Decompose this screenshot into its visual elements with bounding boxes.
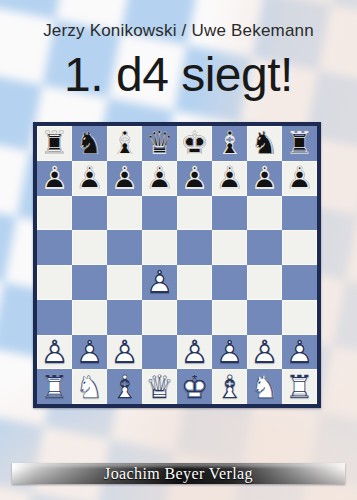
- black-pawn: ♟♙: [177, 161, 212, 196]
- square-h6: [282, 196, 317, 231]
- black-knight: ♞♘: [247, 126, 282, 161]
- square-g1: ♞♘: [247, 369, 282, 404]
- black-knight: ♞♘: [72, 126, 107, 161]
- publisher-name: Joachim Beyer Verlag: [104, 465, 253, 483]
- black-pawn: ♟♙: [107, 161, 142, 196]
- white-rook: ♜♖: [282, 369, 317, 404]
- square-a4: [37, 265, 72, 300]
- square-a5: [37, 230, 72, 265]
- square-c5: [107, 230, 142, 265]
- square-h5: [282, 230, 317, 265]
- square-d7: ♟♙: [142, 161, 177, 196]
- square-g7: ♟♙: [247, 161, 282, 196]
- white-rook: ♜♖: [37, 369, 72, 404]
- square-b8: ♞♘: [72, 126, 107, 161]
- square-c2: ♟♙: [107, 335, 142, 370]
- black-pawn: ♟♙: [282, 161, 317, 196]
- square-e8: ♚♔: [177, 126, 212, 161]
- square-c1: ♝♗: [107, 369, 142, 404]
- square-d1: ♛♕: [142, 369, 177, 404]
- white-bishop: ♝♗: [107, 369, 142, 404]
- square-f2: ♟♙: [212, 335, 247, 370]
- square-b7: ♟♙: [72, 161, 107, 196]
- square-b6: [72, 196, 107, 231]
- white-knight: ♞♘: [72, 369, 107, 404]
- black-rook: ♜♖: [37, 126, 72, 161]
- white-pawn: ♟♙: [177, 335, 212, 370]
- black-rook: ♜♖: [282, 126, 317, 161]
- white-pawn: ♟♙: [107, 335, 142, 370]
- square-e4: [177, 265, 212, 300]
- square-g5: [247, 230, 282, 265]
- square-e5: [177, 230, 212, 265]
- black-bishop: ♝♗: [212, 126, 247, 161]
- square-c6: [107, 196, 142, 231]
- square-g3: [247, 300, 282, 335]
- square-a2: ♟♙: [37, 335, 72, 370]
- square-c8: ♝♗: [107, 126, 142, 161]
- white-pawn: ♟♙: [212, 335, 247, 370]
- white-pawn: ♟♙: [247, 335, 282, 370]
- square-g8: ♞♘: [247, 126, 282, 161]
- book-title: 1. d4 siegt!: [0, 47, 357, 102]
- square-e3: [177, 300, 212, 335]
- square-h4: [282, 265, 317, 300]
- square-g6: [247, 196, 282, 231]
- square-f6: [212, 196, 247, 231]
- square-d5: [142, 230, 177, 265]
- square-b4: [72, 265, 107, 300]
- square-d8: ♛♕: [142, 126, 177, 161]
- square-a6: [37, 196, 72, 231]
- square-e6: [177, 196, 212, 231]
- white-king: ♚♔: [177, 369, 212, 404]
- square-f3: [212, 300, 247, 335]
- square-e1: ♚♔: [177, 369, 212, 404]
- black-pawn: ♟♙: [142, 161, 177, 196]
- black-pawn: ♟♙: [247, 161, 282, 196]
- white-bishop: ♝♗: [212, 369, 247, 404]
- square-h3: [282, 300, 317, 335]
- white-queen: ♛♕: [142, 369, 177, 404]
- square-h8: ♜♖: [282, 126, 317, 161]
- square-d6: [142, 196, 177, 231]
- black-king: ♚♔: [177, 126, 212, 161]
- black-queen: ♛♕: [142, 126, 177, 161]
- square-f1: ♝♗: [212, 369, 247, 404]
- square-f8: ♝♗: [212, 126, 247, 161]
- publisher-bar: Joachim Beyer Verlag: [12, 463, 345, 484]
- square-b3: [72, 300, 107, 335]
- square-e2: ♟♙: [177, 335, 212, 370]
- square-g2: ♟♙: [247, 335, 282, 370]
- authors-line: Jerzy Konikowski / Uwe Bekemann: [0, 21, 357, 41]
- black-pawn: ♟♙: [37, 161, 72, 196]
- white-pawn: ♟♙: [72, 335, 107, 370]
- square-f7: ♟♙: [212, 161, 247, 196]
- black-pawn: ♟♙: [72, 161, 107, 196]
- square-h2: ♟♙: [282, 335, 317, 370]
- square-d2: [142, 335, 177, 370]
- square-f4: [212, 265, 247, 300]
- square-b1: ♞♘: [72, 369, 107, 404]
- square-d3: [142, 300, 177, 335]
- square-e7: ♟♙: [177, 161, 212, 196]
- white-pawn: ♟♙: [37, 335, 72, 370]
- white-pawn: ♟♙: [142, 265, 177, 300]
- chess-board: ♜♖♞♘♝♗♛♕♚♔♝♗♞♘♜♖♟♙♟♙♟♙♟♙♟♙♟♙♟♙♟♙♟♙♟♙♟♙♟♙…: [37, 126, 317, 404]
- square-a8: ♜♖: [37, 126, 72, 161]
- square-h7: ♟♙: [282, 161, 317, 196]
- square-b2: ♟♙: [72, 335, 107, 370]
- white-knight: ♞♘: [247, 369, 282, 404]
- book-cover: Jerzy Konikowski / Uwe Bekemann 1. d4 si…: [0, 0, 357, 500]
- black-pawn: ♟♙: [212, 161, 247, 196]
- square-c7: ♟♙: [107, 161, 142, 196]
- square-b5: [72, 230, 107, 265]
- square-h1: ♜♖: [282, 369, 317, 404]
- square-d4: ♟♙: [142, 265, 177, 300]
- square-a7: ♟♙: [37, 161, 72, 196]
- square-f5: [212, 230, 247, 265]
- chess-board-frame: ♜♖♞♘♝♗♛♕♚♔♝♗♞♘♜♖♟♙♟♙♟♙♟♙♟♙♟♙♟♙♟♙♟♙♟♙♟♙♟♙…: [33, 122, 321, 408]
- black-bishop: ♝♗: [107, 126, 142, 161]
- square-c4: [107, 265, 142, 300]
- square-g4: [247, 265, 282, 300]
- square-a3: [37, 300, 72, 335]
- square-a1: ♜♖: [37, 369, 72, 404]
- white-pawn: ♟♙: [282, 335, 317, 370]
- square-c3: [107, 300, 142, 335]
